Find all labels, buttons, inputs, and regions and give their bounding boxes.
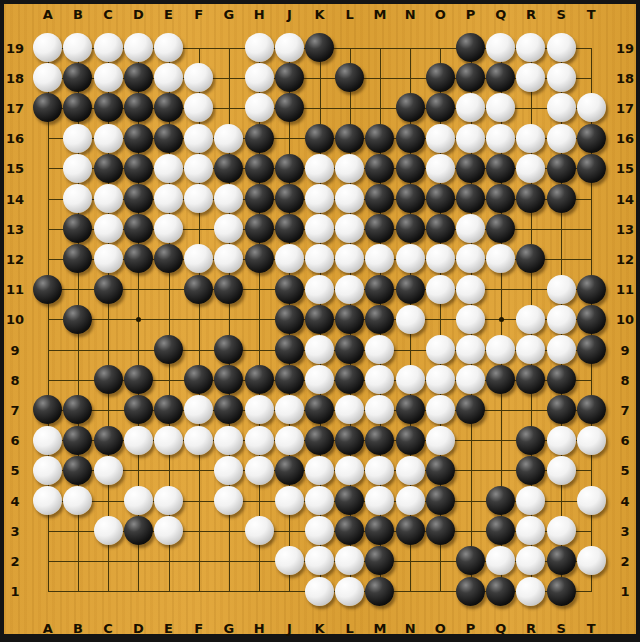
- white-stone-N8[interactable]: [396, 365, 425, 394]
- intersection-F9[interactable]: [184, 335, 214, 365]
- intersection-D1[interactable]: [123, 576, 153, 606]
- white-stone-A19[interactable]: [33, 33, 62, 62]
- white-stone-A5[interactable]: [33, 456, 62, 485]
- black-stone-O17[interactable]: [426, 93, 455, 122]
- white-stone-D6[interactable]: [124, 426, 153, 455]
- intersection-F2[interactable]: [184, 546, 214, 576]
- white-stone-N5[interactable]: [396, 456, 425, 485]
- intersection-B3[interactable]: [63, 516, 93, 546]
- white-stone-H5[interactable]: [245, 456, 274, 485]
- white-stone-C13[interactable]: [94, 214, 123, 243]
- black-stone-S8[interactable]: [547, 365, 576, 394]
- intersection-F10[interactable]: [184, 304, 214, 334]
- black-stone-F11[interactable]: [184, 275, 213, 304]
- white-stone-N12[interactable]: [396, 244, 425, 273]
- intersection-T12[interactable]: [576, 244, 606, 274]
- intersection-A16[interactable]: [33, 123, 63, 153]
- intersection-T19[interactable]: [576, 33, 606, 63]
- black-stone-L10[interactable]: [335, 305, 364, 334]
- white-stone-T4[interactable]: [577, 486, 606, 515]
- black-stone-L6[interactable]: [335, 426, 364, 455]
- white-stone-K14[interactable]: [305, 184, 334, 213]
- black-stone-M16[interactable]: [365, 124, 394, 153]
- white-stone-J19[interactable]: [275, 33, 304, 62]
- intersection-O1[interactable]: [425, 576, 455, 606]
- white-stone-C19[interactable]: [94, 33, 123, 62]
- black-stone-P19[interactable]: [456, 33, 485, 62]
- white-stone-S18[interactable]: [547, 63, 576, 92]
- intersection-K18[interactable]: [305, 63, 335, 93]
- intersection-A1[interactable]: [33, 576, 63, 606]
- white-stone-O8[interactable]: [426, 365, 455, 394]
- black-stone-D3[interactable]: [124, 516, 153, 545]
- white-stone-L5[interactable]: [335, 456, 364, 485]
- black-stone-M6[interactable]: [365, 426, 394, 455]
- white-stone-P16[interactable]: [456, 124, 485, 153]
- white-stone-T6[interactable]: [577, 426, 606, 455]
- black-stone-N14[interactable]: [396, 184, 425, 213]
- white-stone-K1[interactable]: [305, 577, 334, 606]
- intersection-H9[interactable]: [244, 335, 274, 365]
- intersection-M17[interactable]: [365, 93, 395, 123]
- black-stone-S14[interactable]: [547, 184, 576, 213]
- black-stone-O18[interactable]: [426, 63, 455, 92]
- intersection-F4[interactable]: [184, 486, 214, 516]
- white-stone-L1[interactable]: [335, 577, 364, 606]
- black-stone-D14[interactable]: [124, 184, 153, 213]
- black-stone-P1[interactable]: [456, 577, 485, 606]
- intersection-B8[interactable]: [63, 365, 93, 395]
- black-stone-G11[interactable]: [214, 275, 243, 304]
- intersection-G1[interactable]: [214, 576, 244, 606]
- black-stone-H12[interactable]: [245, 244, 274, 273]
- intersection-C4[interactable]: [93, 486, 123, 516]
- intersection-P3[interactable]: [456, 516, 486, 546]
- black-stone-H15[interactable]: [245, 154, 274, 183]
- black-stone-S2[interactable]: [547, 546, 576, 575]
- white-stone-C5[interactable]: [94, 456, 123, 485]
- black-stone-G15[interactable]: [214, 154, 243, 183]
- intersection-A13[interactable]: [33, 214, 63, 244]
- intersection-N1[interactable]: [395, 576, 425, 606]
- white-stone-Q19[interactable]: [486, 33, 515, 62]
- intersection-F5[interactable]: [184, 455, 214, 485]
- white-stone-O9[interactable]: [426, 335, 455, 364]
- intersection-P4[interactable]: [456, 486, 486, 516]
- white-stone-R1[interactable]: [516, 577, 545, 606]
- coord-label-left-16: 16: [6, 132, 24, 145]
- white-stone-C12[interactable]: [94, 244, 123, 273]
- black-stone-O5[interactable]: [426, 456, 455, 485]
- white-stone-R16[interactable]: [516, 124, 545, 153]
- white-stone-F6[interactable]: [184, 426, 213, 455]
- intersection-F1[interactable]: [184, 576, 214, 606]
- black-stone-Q14[interactable]: [486, 184, 515, 213]
- black-stone-D8[interactable]: [124, 365, 153, 394]
- white-stone-B16[interactable]: [63, 124, 92, 153]
- black-stone-N6[interactable]: [396, 426, 425, 455]
- black-stone-H8[interactable]: [245, 365, 274, 394]
- white-stone-N10[interactable]: [396, 305, 425, 334]
- white-stone-O12[interactable]: [426, 244, 455, 273]
- black-stone-N3[interactable]: [396, 516, 425, 545]
- black-stone-B10[interactable]: [63, 305, 92, 334]
- black-stone-L4[interactable]: [335, 486, 364, 515]
- black-stone-O14[interactable]: [426, 184, 455, 213]
- white-stone-F14[interactable]: [184, 184, 213, 213]
- white-stone-K15[interactable]: [305, 154, 334, 183]
- black-stone-K16[interactable]: [305, 124, 334, 153]
- white-stone-C14[interactable]: [94, 184, 123, 213]
- black-stone-D12[interactable]: [124, 244, 153, 273]
- intersection-H10[interactable]: [244, 304, 274, 334]
- black-stone-J11[interactable]: [275, 275, 304, 304]
- white-stone-S17[interactable]: [547, 93, 576, 122]
- white-stone-P11[interactable]: [456, 275, 485, 304]
- intersection-G3[interactable]: [214, 516, 244, 546]
- intersection-D9[interactable]: [123, 335, 153, 365]
- white-stone-S3[interactable]: [547, 516, 576, 545]
- black-stone-S7[interactable]: [547, 395, 576, 424]
- white-stone-F15[interactable]: [184, 154, 213, 183]
- black-stone-J13[interactable]: [275, 214, 304, 243]
- black-stone-J5[interactable]: [275, 456, 304, 485]
- intersection-Q5[interactable]: [486, 455, 516, 485]
- white-stone-J4[interactable]: [275, 486, 304, 515]
- white-stone-O11[interactable]: [426, 275, 455, 304]
- intersection-A14[interactable]: [33, 184, 63, 214]
- white-stone-K9[interactable]: [305, 335, 334, 364]
- intersection-J3[interactable]: [274, 516, 304, 546]
- black-stone-C8[interactable]: [94, 365, 123, 394]
- white-stone-O15[interactable]: [426, 154, 455, 183]
- black-stone-E16[interactable]: [154, 124, 183, 153]
- black-stone-J14[interactable]: [275, 184, 304, 213]
- intersection-N18[interactable]: [395, 63, 425, 93]
- black-stone-C17[interactable]: [94, 93, 123, 122]
- intersection-J16[interactable]: [274, 123, 304, 153]
- black-stone-P18[interactable]: [456, 63, 485, 92]
- intersection-N9[interactable]: [395, 335, 425, 365]
- white-stone-H6[interactable]: [245, 426, 274, 455]
- white-stone-H18[interactable]: [245, 63, 274, 92]
- white-stone-R10[interactable]: [516, 305, 545, 334]
- intersection-O19[interactable]: [425, 33, 455, 63]
- black-stone-A11[interactable]: [33, 275, 62, 304]
- white-stone-G6[interactable]: [214, 426, 243, 455]
- white-stone-S5[interactable]: [547, 456, 576, 485]
- white-stone-F16[interactable]: [184, 124, 213, 153]
- black-stone-N15[interactable]: [396, 154, 425, 183]
- white-stone-Q16[interactable]: [486, 124, 515, 153]
- white-stone-P13[interactable]: [456, 214, 485, 243]
- white-stone-K5[interactable]: [305, 456, 334, 485]
- black-stone-T11[interactable]: [577, 275, 606, 304]
- white-stone-H3[interactable]: [245, 516, 274, 545]
- white-stone-A6[interactable]: [33, 426, 62, 455]
- white-stone-S9[interactable]: [547, 335, 576, 364]
- white-stone-R15[interactable]: [516, 154, 545, 183]
- white-stone-P9[interactable]: [456, 335, 485, 364]
- black-stone-Q1[interactable]: [486, 577, 515, 606]
- black-stone-T10[interactable]: [577, 305, 606, 334]
- white-stone-S11[interactable]: [547, 275, 576, 304]
- black-stone-P15[interactable]: [456, 154, 485, 183]
- white-stone-K11[interactable]: [305, 275, 334, 304]
- intersection-E5[interactable]: [154, 455, 184, 485]
- white-stone-H17[interactable]: [245, 93, 274, 122]
- black-stone-T15[interactable]: [577, 154, 606, 183]
- black-stone-D7[interactable]: [124, 395, 153, 424]
- black-stone-K10[interactable]: [305, 305, 334, 334]
- intersection-T13[interactable]: [576, 214, 606, 244]
- intersection-A12[interactable]: [33, 244, 63, 274]
- black-stone-C6[interactable]: [94, 426, 123, 455]
- intersection-S12[interactable]: [546, 244, 576, 274]
- black-stone-O13[interactable]: [426, 214, 455, 243]
- intersection-G19[interactable]: [214, 33, 244, 63]
- intersection-D5[interactable]: [123, 455, 153, 485]
- intersection-R7[interactable]: [516, 395, 546, 425]
- intersection-F13[interactable]: [184, 214, 214, 244]
- intersection-L19[interactable]: [335, 33, 365, 63]
- white-stone-J12[interactable]: [275, 244, 304, 273]
- white-stone-C18[interactable]: [94, 63, 123, 92]
- coord-label-right-14: 14: [616, 192, 634, 205]
- white-stone-M5[interactable]: [365, 456, 394, 485]
- intersection-Q11[interactable]: [486, 274, 516, 304]
- black-stone-E9[interactable]: [154, 335, 183, 364]
- white-stone-C3[interactable]: [94, 516, 123, 545]
- black-stone-N7[interactable]: [396, 395, 425, 424]
- intersection-O10[interactable]: [425, 304, 455, 334]
- white-stone-J6[interactable]: [275, 426, 304, 455]
- black-stone-J9[interactable]: [275, 335, 304, 364]
- white-stone-E3[interactable]: [154, 516, 183, 545]
- white-stone-E19[interactable]: [154, 33, 183, 62]
- white-stone-T2[interactable]: [577, 546, 606, 575]
- black-stone-N16[interactable]: [396, 124, 425, 153]
- white-stone-L11[interactable]: [335, 275, 364, 304]
- intersection-T14[interactable]: [576, 184, 606, 214]
- white-stone-A4[interactable]: [33, 486, 62, 515]
- intersection-A2[interactable]: [33, 546, 63, 576]
- black-stone-H16[interactable]: [245, 124, 274, 153]
- white-stone-D4[interactable]: [124, 486, 153, 515]
- black-stone-R5[interactable]: [516, 456, 545, 485]
- black-stone-D13[interactable]: [124, 214, 153, 243]
- white-stone-S10[interactable]: [547, 305, 576, 334]
- intersection-K17[interactable]: [305, 93, 335, 123]
- white-stone-B15[interactable]: [63, 154, 92, 183]
- black-stone-O3[interactable]: [426, 516, 455, 545]
- black-stone-B5[interactable]: [63, 456, 92, 485]
- black-stone-C11[interactable]: [94, 275, 123, 304]
- intersection-P6[interactable]: [456, 425, 486, 455]
- white-stone-K8[interactable]: [305, 365, 334, 394]
- black-stone-N11[interactable]: [396, 275, 425, 304]
- white-stone-J7[interactable]: [275, 395, 304, 424]
- black-stone-D16[interactable]: [124, 124, 153, 153]
- intersection-R11[interactable]: [516, 274, 546, 304]
- intersection-B2[interactable]: [63, 546, 93, 576]
- white-stone-S19[interactable]: [547, 33, 576, 62]
- intersection-R13[interactable]: [516, 214, 546, 244]
- intersection-C1[interactable]: [93, 576, 123, 606]
- intersection-E11[interactable]: [154, 274, 184, 304]
- black-stone-S1[interactable]: [547, 577, 576, 606]
- intersection-A3[interactable]: [33, 516, 63, 546]
- black-stone-D15[interactable]: [124, 154, 153, 183]
- white-stone-O6[interactable]: [426, 426, 455, 455]
- intersection-C10[interactable]: [93, 304, 123, 334]
- intersection-G10[interactable]: [214, 304, 244, 334]
- intersection-O2[interactable]: [425, 546, 455, 576]
- intersection-E2[interactable]: [154, 546, 184, 576]
- coord-label-left-2: 2: [10, 554, 19, 567]
- intersection-N2[interactable]: [395, 546, 425, 576]
- intersection-R17[interactable]: [516, 93, 546, 123]
- white-stone-H19[interactable]: [245, 33, 274, 62]
- black-stone-M1[interactable]: [365, 577, 394, 606]
- white-stone-P8[interactable]: [456, 365, 485, 394]
- white-stone-E15[interactable]: [154, 154, 183, 183]
- intersection-C7[interactable]: [93, 395, 123, 425]
- intersection-G2[interactable]: [214, 546, 244, 576]
- white-stone-T17[interactable]: [577, 93, 606, 122]
- white-stone-G16[interactable]: [214, 124, 243, 153]
- white-stone-D19[interactable]: [124, 33, 153, 62]
- black-stone-P14[interactable]: [456, 184, 485, 213]
- white-stone-P10[interactable]: [456, 305, 485, 334]
- white-stone-E18[interactable]: [154, 63, 183, 92]
- white-stone-E6[interactable]: [154, 426, 183, 455]
- intersection-H11[interactable]: [244, 274, 274, 304]
- intersection-M18[interactable]: [365, 63, 395, 93]
- intersection-S4[interactable]: [546, 486, 576, 516]
- black-stone-N17[interactable]: [396, 93, 425, 122]
- intersection-Q6[interactable]: [486, 425, 516, 455]
- intersection-D10[interactable]: [123, 304, 153, 334]
- black-stone-L9[interactable]: [335, 335, 364, 364]
- white-stone-E14[interactable]: [154, 184, 183, 213]
- intersection-B1[interactable]: [63, 576, 93, 606]
- black-stone-N13[interactable]: [396, 214, 425, 243]
- black-stone-M10[interactable]: [365, 305, 394, 334]
- black-stone-K19[interactable]: [305, 33, 334, 62]
- white-stone-E13[interactable]: [154, 214, 183, 243]
- intersection-F19[interactable]: [184, 33, 214, 63]
- white-stone-Q9[interactable]: [486, 335, 515, 364]
- black-stone-D18[interactable]: [124, 63, 153, 92]
- black-stone-Q15[interactable]: [486, 154, 515, 183]
- intersection-A15[interactable]: [33, 153, 63, 183]
- black-stone-T9[interactable]: [577, 335, 606, 364]
- white-stone-O16[interactable]: [426, 124, 455, 153]
- black-stone-R6[interactable]: [516, 426, 545, 455]
- intersection-E8[interactable]: [154, 365, 184, 395]
- white-stone-N4[interactable]: [396, 486, 425, 515]
- coord-label-bottom-C: C: [103, 622, 113, 635]
- black-stone-M11[interactable]: [365, 275, 394, 304]
- intersection-E1[interactable]: [154, 576, 184, 606]
- black-stone-K6[interactable]: [305, 426, 334, 455]
- intersection-T3[interactable]: [576, 516, 606, 546]
- intersection-T1[interactable]: [576, 576, 606, 606]
- intersection-H2[interactable]: [244, 546, 274, 576]
- black-stone-Q4[interactable]: [486, 486, 515, 515]
- intersection-C2[interactable]: [93, 546, 123, 576]
- white-stone-S6[interactable]: [547, 426, 576, 455]
- white-stone-L14[interactable]: [335, 184, 364, 213]
- black-stone-T16[interactable]: [577, 124, 606, 153]
- intersection-F3[interactable]: [184, 516, 214, 546]
- black-stone-C15[interactable]: [94, 154, 123, 183]
- intersection-E10[interactable]: [154, 304, 184, 334]
- white-stone-S16[interactable]: [547, 124, 576, 153]
- intersection-T8[interactable]: [576, 365, 606, 395]
- white-stone-E4[interactable]: [154, 486, 183, 515]
- white-stone-K13[interactable]: [305, 214, 334, 243]
- intersection-G17[interactable]: [214, 93, 244, 123]
- black-stone-M15[interactable]: [365, 154, 394, 183]
- white-stone-O7[interactable]: [426, 395, 455, 424]
- white-stone-G5[interactable]: [214, 456, 243, 485]
- intersection-A8[interactable]: [33, 365, 63, 395]
- white-stone-J2[interactable]: [275, 546, 304, 575]
- black-stone-J15[interactable]: [275, 154, 304, 183]
- black-stone-J17[interactable]: [275, 93, 304, 122]
- intersection-L17[interactable]: [335, 93, 365, 123]
- intersection-N19[interactable]: [395, 33, 425, 63]
- black-stone-J10[interactable]: [275, 305, 304, 334]
- intersection-B9[interactable]: [63, 335, 93, 365]
- white-stone-H7[interactable]: [245, 395, 274, 424]
- intersection-T5[interactable]: [576, 455, 606, 485]
- intersection-D11[interactable]: [123, 274, 153, 304]
- intersection-H4[interactable]: [244, 486, 274, 516]
- white-stone-K3[interactable]: [305, 516, 334, 545]
- intersection-Q7[interactable]: [486, 395, 516, 425]
- black-stone-S15[interactable]: [547, 154, 576, 183]
- intersection-T18[interactable]: [576, 63, 606, 93]
- intersection-S13[interactable]: [546, 214, 576, 244]
- intersection-D2[interactable]: [123, 546, 153, 576]
- intersection-G18[interactable]: [214, 63, 244, 93]
- intersection-A10[interactable]: [33, 304, 63, 334]
- intersection-B11[interactable]: [63, 274, 93, 304]
- black-stone-O4[interactable]: [426, 486, 455, 515]
- black-stone-B6[interactable]: [63, 426, 92, 455]
- black-stone-T7[interactable]: [577, 395, 606, 424]
- intersection-C9[interactable]: [93, 335, 123, 365]
- intersection-A9[interactable]: [33, 335, 63, 365]
- black-stone-H14[interactable]: [245, 184, 274, 213]
- white-stone-K4[interactable]: [305, 486, 334, 515]
- black-stone-D17[interactable]: [124, 93, 153, 122]
- black-stone-J18[interactable]: [275, 63, 304, 92]
- intersection-H1[interactable]: [244, 576, 274, 606]
- black-stone-L16[interactable]: [335, 124, 364, 153]
- intersection-Q10[interactable]: [486, 304, 516, 334]
- white-stone-L15[interactable]: [335, 154, 364, 183]
- intersection-J1[interactable]: [274, 576, 304, 606]
- white-stone-C16[interactable]: [94, 124, 123, 153]
- black-stone-J8[interactable]: [275, 365, 304, 394]
- intersection-P5[interactable]: [456, 455, 486, 485]
- black-stone-H13[interactable]: [245, 214, 274, 243]
- intersection-M19[interactable]: [365, 33, 395, 63]
